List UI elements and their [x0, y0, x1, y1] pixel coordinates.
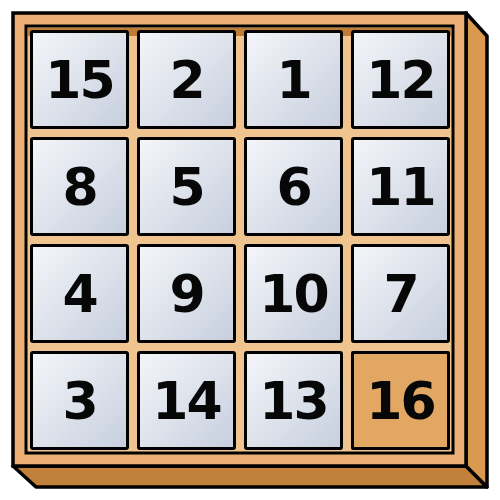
- tray-printed-16-label: 16: [366, 375, 434, 427]
- tile-8[interactable]: 8: [30, 137, 129, 236]
- tile-9[interactable]: 9: [137, 244, 236, 343]
- tile-label: 3: [62, 375, 96, 427]
- tile-label: 2: [169, 54, 203, 106]
- puzzle-board: 15 2 1 12 8 5 6 11 4 9 10 7 3 14 13 16: [10, 10, 490, 490]
- tile-2[interactable]: 2: [137, 30, 236, 129]
- tile-6[interactable]: 6: [244, 137, 343, 236]
- tile-14[interactable]: 14: [137, 351, 236, 450]
- tile-15[interactable]: 15: [30, 30, 129, 129]
- frame-bottom-side: [13, 466, 487, 487]
- tile-3[interactable]: 3: [30, 351, 129, 450]
- tile-label: 5: [169, 161, 203, 213]
- frame-right-side: [466, 13, 487, 487]
- tile-label: 11: [366, 161, 434, 213]
- tile-13[interactable]: 13: [244, 351, 343, 450]
- tile-label: 7: [383, 268, 417, 320]
- tile-label: 14: [152, 375, 220, 427]
- tile-11[interactable]: 11: [351, 137, 450, 236]
- tile-label: 6: [276, 161, 310, 213]
- tile-12[interactable]: 12: [351, 30, 450, 129]
- tile-1[interactable]: 1: [244, 30, 343, 129]
- tile-label: 4: [62, 268, 96, 320]
- tile-label: 1: [276, 54, 310, 106]
- tile-label: 12: [366, 54, 434, 106]
- tile-7[interactable]: 7: [351, 244, 450, 343]
- tile-label: 8: [62, 161, 96, 213]
- tile-label: 13: [259, 375, 327, 427]
- puzzle-screenshot: 15 2 1 12 8 5 6 11 4 9 10 7 3 14 13 16: [0, 0, 500, 500]
- tile-10[interactable]: 10: [244, 244, 343, 343]
- tile-4[interactable]: 4: [30, 244, 129, 343]
- tile-5[interactable]: 5: [137, 137, 236, 236]
- tile-label: 10: [259, 268, 327, 320]
- tile-label: 15: [45, 54, 113, 106]
- tile-grid: 15 2 1 12 8 5 6 11 4 9 10 7 3 14 13 16: [30, 30, 450, 450]
- empty-slot-tray-16: 16: [351, 351, 450, 450]
- tile-label: 9: [169, 268, 203, 320]
